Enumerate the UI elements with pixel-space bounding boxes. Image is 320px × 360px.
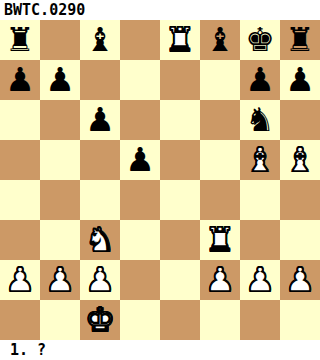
square-d3[interactable] <box>120 220 160 260</box>
square-h6[interactable] <box>280 100 320 140</box>
move-prompt-text: 1. ? <box>0 340 46 360</box>
square-d4[interactable] <box>120 180 160 220</box>
square-d8[interactable] <box>120 20 160 60</box>
square-f6[interactable] <box>200 100 240 140</box>
piece-white-knight: ♞ <box>85 220 115 260</box>
piece-black-rook: ♜ <box>285 20 315 60</box>
piece-black-king: ♚ <box>245 20 275 60</box>
square-e2[interactable] <box>160 260 200 300</box>
square-g1[interactable] <box>240 300 280 340</box>
square-b6[interactable] <box>40 100 80 140</box>
square-c5[interactable] <box>80 140 120 180</box>
square-f5[interactable] <box>200 140 240 180</box>
piece-black-bishop: ♝ <box>85 20 115 60</box>
piece-black-bishop: ♝ <box>205 20 235 60</box>
square-b3[interactable] <box>40 220 80 260</box>
square-f3[interactable]: ♜ <box>200 220 240 260</box>
square-h5[interactable]: ♝ <box>280 140 320 180</box>
move-prompt: 1. ? <box>0 340 320 360</box>
square-b8[interactable] <box>40 20 80 60</box>
square-g7[interactable]: ♟ <box>240 60 280 100</box>
piece-black-pawn: ♟ <box>125 140 155 180</box>
square-f8[interactable]: ♝ <box>200 20 240 60</box>
square-h3[interactable] <box>280 220 320 260</box>
square-e4[interactable] <box>160 180 200 220</box>
square-h8[interactable]: ♜ <box>280 20 320 60</box>
piece-white-pawn: ♟ <box>85 260 115 300</box>
square-h1[interactable] <box>280 300 320 340</box>
square-h7[interactable]: ♟ <box>280 60 320 100</box>
square-h2[interactable]: ♟ <box>280 260 320 300</box>
piece-white-pawn: ♟ <box>45 260 75 300</box>
square-a5[interactable] <box>0 140 40 180</box>
square-g3[interactable] <box>240 220 280 260</box>
square-g6[interactable]: ♞ <box>240 100 280 140</box>
chess-board: ♜♝♜♝♚♜♟♟♟♟♟♞♟♝♝♞♜♟♟♟♟♟♟♚ <box>0 20 320 340</box>
piece-black-pawn: ♟ <box>245 60 275 100</box>
piece-white-pawn: ♟ <box>285 260 315 300</box>
square-a6[interactable] <box>0 100 40 140</box>
square-c3[interactable]: ♞ <box>80 220 120 260</box>
piece-black-knight: ♞ <box>245 100 275 140</box>
piece-white-king: ♚ <box>85 300 115 340</box>
square-f1[interactable] <box>200 300 240 340</box>
piece-white-bishop: ♝ <box>245 140 275 180</box>
piece-white-pawn: ♟ <box>5 260 35 300</box>
square-c6[interactable]: ♟ <box>80 100 120 140</box>
piece-black-pawn: ♟ <box>85 100 115 140</box>
square-g5[interactable]: ♝ <box>240 140 280 180</box>
square-d2[interactable] <box>120 260 160 300</box>
square-b2[interactable]: ♟ <box>40 260 80 300</box>
piece-black-pawn: ♟ <box>45 60 75 100</box>
square-c1[interactable]: ♚ <box>80 300 120 340</box>
square-b1[interactable] <box>40 300 80 340</box>
square-a7[interactable]: ♟ <box>0 60 40 100</box>
square-d7[interactable] <box>120 60 160 100</box>
square-c8[interactable]: ♝ <box>80 20 120 60</box>
piece-black-pawn: ♟ <box>5 60 35 100</box>
square-c7[interactable] <box>80 60 120 100</box>
square-e5[interactable] <box>160 140 200 180</box>
square-a3[interactable] <box>0 220 40 260</box>
square-b4[interactable] <box>40 180 80 220</box>
square-e3[interactable] <box>160 220 200 260</box>
piece-black-rook: ♜ <box>5 20 35 60</box>
piece-white-rook: ♜ <box>205 220 235 260</box>
piece-white-pawn: ♟ <box>245 260 275 300</box>
square-a4[interactable] <box>0 180 40 220</box>
square-b7[interactable]: ♟ <box>40 60 80 100</box>
square-f4[interactable] <box>200 180 240 220</box>
square-a8[interactable]: ♜ <box>0 20 40 60</box>
square-g4[interactable] <box>240 180 280 220</box>
square-g2[interactable]: ♟ <box>240 260 280 300</box>
square-e8[interactable]: ♜ <box>160 20 200 60</box>
piece-black-pawn: ♟ <box>285 60 315 100</box>
square-h4[interactable] <box>280 180 320 220</box>
square-g8[interactable]: ♚ <box>240 20 280 60</box>
title-bar: BWTC.0290 <box>0 0 320 20</box>
app-window: BWTC.0290 ♜♝♜♝♚♜♟♟♟♟♟♞♟♝♝♞♜♟♟♟♟♟♟♚ 1. ? <box>0 0 320 360</box>
square-d6[interactable] <box>120 100 160 140</box>
square-e7[interactable] <box>160 60 200 100</box>
square-d1[interactable] <box>120 300 160 340</box>
square-a2[interactable]: ♟ <box>0 260 40 300</box>
page-title: BWTC.0290 <box>0 0 85 20</box>
piece-white-pawn: ♟ <box>205 260 235 300</box>
piece-white-bishop: ♝ <box>285 140 315 180</box>
piece-white-rook: ♜ <box>165 20 195 60</box>
square-c2[interactable]: ♟ <box>80 260 120 300</box>
square-e6[interactable] <box>160 100 200 140</box>
square-f7[interactable] <box>200 60 240 100</box>
square-e1[interactable] <box>160 300 200 340</box>
square-c4[interactable] <box>80 180 120 220</box>
square-f2[interactable]: ♟ <box>200 260 240 300</box>
square-a1[interactable] <box>0 300 40 340</box>
square-d5[interactable]: ♟ <box>120 140 160 180</box>
square-b5[interactable] <box>40 140 80 180</box>
